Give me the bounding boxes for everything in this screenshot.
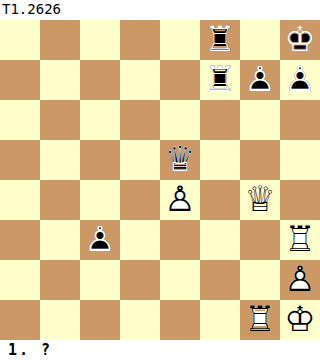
square-g1[interactable]: ♜♖ xyxy=(240,300,280,340)
piece-white-rook[interactable]: ♜♖ xyxy=(240,300,280,340)
square-g4[interactable]: ♛♕ xyxy=(240,180,280,220)
square-f2[interactable] xyxy=(200,260,240,300)
square-e8[interactable] xyxy=(160,20,200,60)
piece-detail-outline: ♙ xyxy=(280,260,320,300)
piece-white-rook[interactable]: ♜♖ xyxy=(280,220,320,260)
square-d6[interactable] xyxy=(120,100,160,140)
square-e5[interactable]: ♛♕ xyxy=(160,140,200,180)
square-b5[interactable] xyxy=(40,140,80,180)
square-b7[interactable] xyxy=(40,60,80,100)
puzzle-id: T1.2626 xyxy=(0,0,320,20)
square-c6[interactable] xyxy=(80,100,120,140)
piece-black-rook[interactable]: ♜♖ xyxy=(200,60,240,100)
square-e3[interactable] xyxy=(160,220,200,260)
square-c1[interactable] xyxy=(80,300,120,340)
square-a6[interactable] xyxy=(0,100,40,140)
square-b2[interactable] xyxy=(40,260,80,300)
square-f7[interactable]: ♜♖ xyxy=(200,60,240,100)
square-f4[interactable] xyxy=(200,180,240,220)
chess-puzzle-page: T1.2626 ♜♖♚♔♜♖♟♙♟♙♛♕♟♙♛♕♟♙♜♖♟♙♜♖♚♔ 1. ? xyxy=(0,0,320,360)
square-h3[interactable]: ♜♖ xyxy=(280,220,320,260)
piece-detail-outline: ♔ xyxy=(280,300,320,340)
square-f1[interactable] xyxy=(200,300,240,340)
square-c8[interactable] xyxy=(80,20,120,60)
square-e1[interactable] xyxy=(160,300,200,340)
square-g7[interactable]: ♟♙ xyxy=(240,60,280,100)
square-c2[interactable] xyxy=(80,260,120,300)
square-b3[interactable] xyxy=(40,220,80,260)
piece-white-queen[interactable]: ♛♕ xyxy=(240,180,280,220)
square-h5[interactable] xyxy=(280,140,320,180)
square-c3[interactable]: ♟♙ xyxy=(80,220,120,260)
piece-detail-outline: ♕ xyxy=(240,180,280,220)
square-d5[interactable] xyxy=(120,140,160,180)
square-d7[interactable] xyxy=(120,60,160,100)
square-d3[interactable] xyxy=(120,220,160,260)
square-h1[interactable]: ♚♔ xyxy=(280,300,320,340)
square-e2[interactable] xyxy=(160,260,200,300)
square-d2[interactable] xyxy=(120,260,160,300)
piece-detail-outline: ♙ xyxy=(280,60,320,100)
square-f6[interactable] xyxy=(200,100,240,140)
piece-black-pawn[interactable]: ♟♙ xyxy=(240,60,280,100)
square-g2[interactable] xyxy=(240,260,280,300)
piece-black-rook[interactable]: ♜♖ xyxy=(200,20,240,60)
piece-black-queen[interactable]: ♛♕ xyxy=(160,140,200,180)
square-e4[interactable]: ♟♙ xyxy=(160,180,200,220)
square-b4[interactable] xyxy=(40,180,80,220)
square-e7[interactable] xyxy=(160,60,200,100)
square-f8[interactable]: ♜♖ xyxy=(200,20,240,60)
piece-white-king[interactable]: ♚♔ xyxy=(280,300,320,340)
piece-detail-outline: ♖ xyxy=(280,220,320,260)
square-g5[interactable] xyxy=(240,140,280,180)
square-a8[interactable] xyxy=(0,20,40,60)
square-h7[interactable]: ♟♙ xyxy=(280,60,320,100)
square-d1[interactable] xyxy=(120,300,160,340)
piece-black-pawn[interactable]: ♟♙ xyxy=(280,60,320,100)
square-h6[interactable] xyxy=(280,100,320,140)
square-f5[interactable] xyxy=(200,140,240,180)
square-h8[interactable]: ♚♔ xyxy=(280,20,320,60)
move-prompt: 1. ? xyxy=(0,340,320,360)
piece-detail-outline: ♖ xyxy=(200,20,240,60)
square-h4[interactable] xyxy=(280,180,320,220)
piece-detail-outline: ♖ xyxy=(240,300,280,340)
piece-detail-outline: ♙ xyxy=(160,180,200,220)
piece-black-king[interactable]: ♚♔ xyxy=(280,20,320,60)
square-f3[interactable] xyxy=(200,220,240,260)
piece-detail-outline: ♔ xyxy=(280,20,320,60)
square-a2[interactable] xyxy=(0,260,40,300)
square-b6[interactable] xyxy=(40,100,80,140)
square-h2[interactable]: ♟♙ xyxy=(280,260,320,300)
piece-black-pawn[interactable]: ♟♙ xyxy=(80,220,120,260)
square-b8[interactable] xyxy=(40,20,80,60)
square-d4[interactable] xyxy=(120,180,160,220)
piece-detail-outline: ♙ xyxy=(240,60,280,100)
square-g8[interactable] xyxy=(240,20,280,60)
square-g6[interactable] xyxy=(240,100,280,140)
chess-board: ♜♖♚♔♜♖♟♙♟♙♛♕♟♙♛♕♟♙♜♖♟♙♜♖♚♔ xyxy=(0,20,320,340)
square-a1[interactable] xyxy=(0,300,40,340)
square-a5[interactable] xyxy=(0,140,40,180)
square-g3[interactable] xyxy=(240,220,280,260)
square-b1[interactable] xyxy=(40,300,80,340)
piece-detail-outline: ♕ xyxy=(160,140,200,180)
piece-detail-outline: ♙ xyxy=(80,220,120,260)
square-e6[interactable] xyxy=(160,100,200,140)
square-a7[interactable] xyxy=(0,60,40,100)
piece-detail-outline: ♖ xyxy=(200,60,240,100)
square-a4[interactable] xyxy=(0,180,40,220)
piece-white-pawn[interactable]: ♟♙ xyxy=(280,260,320,300)
square-d8[interactable] xyxy=(120,20,160,60)
square-c4[interactable] xyxy=(80,180,120,220)
piece-white-pawn[interactable]: ♟♙ xyxy=(160,180,200,220)
square-c7[interactable] xyxy=(80,60,120,100)
square-a3[interactable] xyxy=(0,220,40,260)
square-c5[interactable] xyxy=(80,140,120,180)
